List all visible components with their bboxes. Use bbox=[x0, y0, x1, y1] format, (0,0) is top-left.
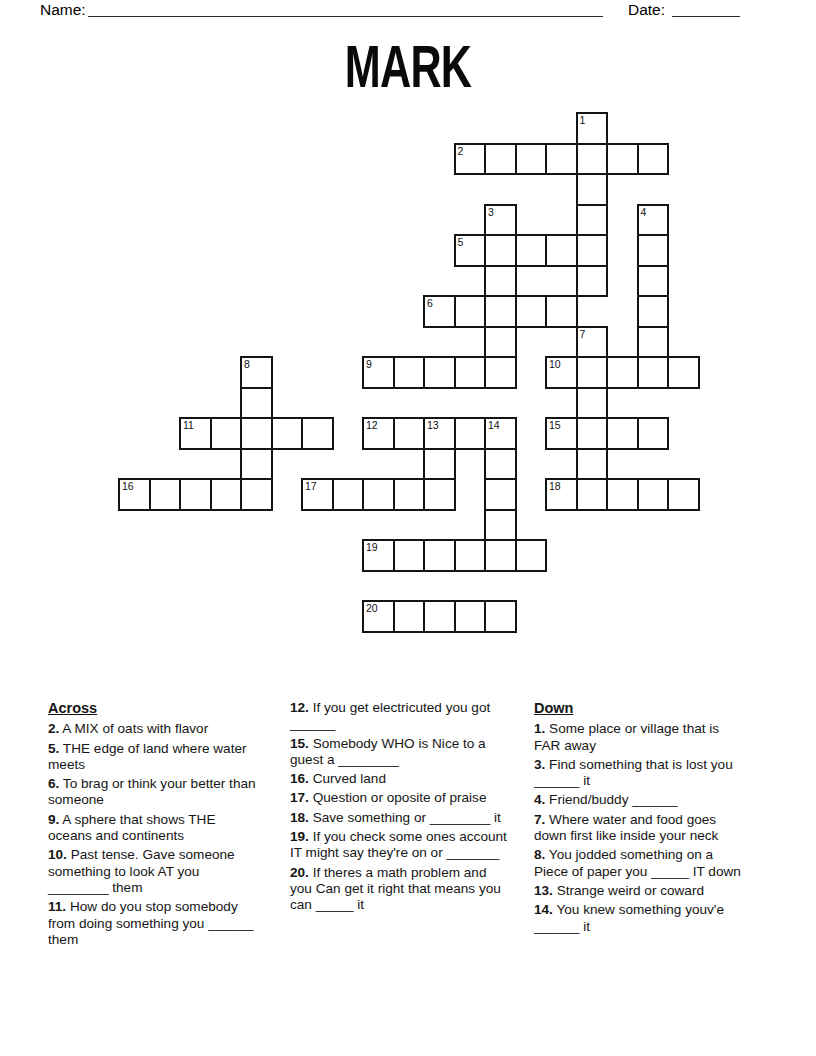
grid-cell[interactable] bbox=[423, 356, 456, 389]
grid-cell[interactable] bbox=[179, 478, 212, 511]
clue-text: Question or oposite of praise bbox=[309, 790, 487, 805]
grid-cell[interactable] bbox=[423, 417, 456, 450]
grid-cell[interactable] bbox=[515, 295, 548, 328]
clue-text: You jodded something on a Piece of paper… bbox=[534, 847, 741, 878]
grid-cell[interactable] bbox=[362, 356, 395, 389]
grid-cell[interactable] bbox=[637, 143, 670, 176]
clue-number: 13. bbox=[534, 883, 553, 898]
clue-number: 2. bbox=[48, 721, 59, 736]
grid-cell[interactable] bbox=[423, 295, 456, 328]
grid-cell[interactable] bbox=[637, 417, 670, 450]
grid-cell[interactable] bbox=[301, 417, 334, 450]
grid-cell[interactable] bbox=[576, 326, 609, 359]
title-wrap: MARK bbox=[0, 37, 816, 97]
grid-cell[interactable] bbox=[393, 417, 426, 450]
grid-cell[interactable] bbox=[484, 417, 517, 450]
grid-cell[interactable] bbox=[637, 478, 670, 511]
clue: 11. How do you stop somebody from doing … bbox=[48, 899, 260, 948]
grid-cell[interactable] bbox=[362, 478, 395, 511]
clue: 5. THE edge of land where water meets bbox=[48, 741, 260, 774]
grid-cell[interactable] bbox=[606, 143, 639, 176]
grid-cell[interactable] bbox=[210, 478, 243, 511]
grid-cell[interactable] bbox=[576, 387, 609, 420]
grid-cell[interactable] bbox=[484, 600, 517, 633]
grid-cell[interactable] bbox=[484, 509, 517, 542]
across-header: Across bbox=[48, 700, 260, 716]
grid-cell[interactable] bbox=[393, 356, 426, 389]
clue-text: Save something or ________ it bbox=[309, 810, 501, 825]
clue: 7. Where water and food goes down first … bbox=[534, 812, 748, 845]
clue: 1. Some place or village that is FAR awa… bbox=[534, 721, 748, 754]
grid-cell[interactable] bbox=[454, 295, 487, 328]
grid-cell[interactable] bbox=[667, 356, 700, 389]
grid-cell[interactable] bbox=[301, 478, 334, 511]
grid-cell[interactable] bbox=[637, 265, 670, 298]
grid-cell[interactable] bbox=[362, 417, 395, 450]
grid-cell[interactable] bbox=[484, 326, 517, 359]
clue-text: THE edge of land where water meets bbox=[48, 741, 247, 772]
clue-text: Somebody WHO is Nice to a guest a ______… bbox=[290, 736, 486, 767]
grid-cell[interactable] bbox=[576, 417, 609, 450]
grid-cell[interactable] bbox=[362, 539, 395, 572]
clue: 10. Past tense. Gave someone something t… bbox=[48, 847, 260, 896]
clue-number: 3. bbox=[534, 757, 545, 772]
grid-cell[interactable] bbox=[271, 417, 304, 450]
grid-cell[interactable] bbox=[149, 478, 182, 511]
clue-text: If you check some ones account IT might … bbox=[290, 829, 507, 860]
grid-cell[interactable] bbox=[484, 539, 517, 572]
grid-cell[interactable] bbox=[576, 478, 609, 511]
grid-cell[interactable] bbox=[484, 234, 517, 267]
grid-cell[interactable] bbox=[484, 295, 517, 328]
grid-cell[interactable] bbox=[393, 478, 426, 511]
clue-number: 4. bbox=[534, 792, 545, 807]
clue: 17. Question or oposite of praise bbox=[290, 790, 509, 806]
clue-number: 19. bbox=[290, 829, 309, 844]
down-clues-column: Down 1. Some place or village that is FA… bbox=[534, 700, 748, 938]
clue-text: How do you stop somebody from doing some… bbox=[48, 899, 254, 947]
grid-cell[interactable] bbox=[545, 234, 578, 267]
clue: 16. Curved land bbox=[290, 771, 509, 787]
clue: 20. If theres a math problem and you Can… bbox=[290, 865, 509, 914]
name-fill-line[interactable] bbox=[88, 16, 603, 17]
clue-number: 15. bbox=[290, 736, 309, 751]
clue-text: To brag or think your better than someon… bbox=[48, 776, 256, 807]
clue-number: 5. bbox=[48, 741, 59, 756]
grid-cell[interactable] bbox=[332, 478, 365, 511]
page-title: MARK bbox=[345, 37, 472, 97]
grid-cell[interactable] bbox=[423, 539, 456, 572]
clue-text: If you get electricuted you got ______ bbox=[290, 700, 490, 731]
clue: 8. You jodded something on a Piece of pa… bbox=[534, 847, 748, 880]
clue-number: 20. bbox=[290, 865, 309, 880]
name-label: Name: bbox=[40, 1, 86, 19]
grid-cell[interactable] bbox=[393, 600, 426, 633]
clue-number: 12. bbox=[290, 700, 309, 715]
grid-cell[interactable] bbox=[454, 417, 487, 450]
clue-text: You knew something youv'e ______ it bbox=[534, 902, 724, 933]
grid-cell[interactable] bbox=[545, 417, 578, 450]
clue-number: 8. bbox=[534, 847, 545, 862]
grid-cell[interactable] bbox=[576, 234, 609, 267]
grid-cell[interactable] bbox=[423, 478, 456, 511]
across-clues-column-2: 12. If you get electricuted you got ____… bbox=[290, 700, 509, 917]
clue-text: Find something that is lost you ______ i… bbox=[534, 757, 733, 788]
grid-cell[interactable] bbox=[637, 204, 670, 237]
grid-cell[interactable] bbox=[515, 234, 548, 267]
grid-cell[interactable] bbox=[576, 173, 609, 206]
grid-cell[interactable] bbox=[545, 143, 578, 176]
clue: 12. If you get electricuted you got ____… bbox=[290, 700, 509, 733]
grid-cell[interactable] bbox=[362, 600, 395, 633]
clue: 3. Find something that is lost you _____… bbox=[534, 757, 748, 790]
clue-number: 10. bbox=[48, 847, 67, 862]
crossword-worksheet: { "game": "crossword", "title": "MARK", … bbox=[0, 0, 816, 1056]
date-label: Date: bbox=[628, 1, 665, 19]
clue-text: Past tense. Gave someone something to lo… bbox=[48, 847, 235, 895]
clue: 18. Save something or ________ it bbox=[290, 810, 509, 826]
grid-cell[interactable] bbox=[454, 143, 487, 176]
clue: 4. Friend/buddy ______ bbox=[534, 792, 748, 808]
clue: 19. If you check some ones account IT mi… bbox=[290, 829, 509, 862]
grid-cell[interactable] bbox=[240, 417, 273, 450]
grid-cell[interactable] bbox=[637, 326, 670, 359]
clue: 13. Strange weird or coward bbox=[534, 883, 748, 899]
grid-cell[interactable] bbox=[576, 356, 609, 389]
grid-cell[interactable] bbox=[576, 143, 609, 176]
date-fill-line[interactable] bbox=[672, 16, 740, 17]
crossword-grid: 1234567891011121314151617181920 bbox=[118, 112, 700, 633]
grid-cell[interactable] bbox=[240, 387, 273, 420]
grid-cell[interactable] bbox=[240, 356, 273, 389]
grid-cell[interactable] bbox=[423, 448, 456, 481]
grid-cell[interactable] bbox=[515, 143, 548, 176]
grid-cell[interactable] bbox=[637, 234, 670, 267]
clue-text: Friend/buddy ______ bbox=[545, 792, 677, 807]
clue-text: If theres a math problem and you Can get… bbox=[290, 865, 501, 913]
grid-cell[interactable] bbox=[454, 234, 487, 267]
clue-text: Where water and food goes down first lik… bbox=[534, 812, 718, 843]
grid-cell[interactable] bbox=[545, 478, 578, 511]
grid-cell[interactable] bbox=[484, 204, 517, 237]
clue-number: 6. bbox=[48, 776, 59, 791]
grid-cell[interactable] bbox=[576, 265, 609, 298]
clue: 9. A sphere that shows THE oceans and co… bbox=[48, 812, 260, 845]
grid-cell[interactable] bbox=[484, 448, 517, 481]
grid-cell[interactable] bbox=[454, 600, 487, 633]
grid-cell[interactable] bbox=[515, 539, 548, 572]
grid-cell[interactable] bbox=[576, 204, 609, 237]
grid-cell[interactable] bbox=[118, 478, 151, 511]
grid-cell[interactable] bbox=[210, 417, 243, 450]
grid-cell[interactable] bbox=[545, 356, 578, 389]
clue-number: 11. bbox=[48, 899, 66, 914]
grid-cell[interactable] bbox=[240, 448, 273, 481]
grid-cell[interactable] bbox=[393, 539, 426, 572]
grid-cell[interactable] bbox=[637, 295, 670, 328]
grid-cell[interactable] bbox=[606, 417, 639, 450]
clue-text: Some place or village that is FAR away bbox=[534, 721, 719, 752]
clue-number: 7. bbox=[534, 812, 545, 827]
clue-number: 16. bbox=[290, 771, 309, 786]
grid-cell[interactable] bbox=[667, 478, 700, 511]
grid-cell[interactable] bbox=[606, 478, 639, 511]
grid-cell[interactable] bbox=[484, 356, 517, 389]
clue-text: A sphere that shows THE oceans and conti… bbox=[48, 812, 216, 843]
grid-cell[interactable] bbox=[545, 295, 578, 328]
clue-text: Curved land bbox=[309, 771, 386, 786]
grid-cell[interactable] bbox=[179, 417, 212, 450]
grid-cell[interactable] bbox=[454, 539, 487, 572]
clue-number: 18. bbox=[290, 810, 309, 825]
grid-cell[interactable] bbox=[637, 356, 670, 389]
clue-number: 14. bbox=[534, 902, 553, 917]
grid-cell[interactable] bbox=[454, 356, 487, 389]
clue-text: Strange weird or coward bbox=[553, 883, 704, 898]
grid-cell[interactable] bbox=[576, 448, 609, 481]
grid-cell[interactable] bbox=[484, 143, 517, 176]
clue-number: 17. bbox=[290, 790, 309, 805]
clue: 15. Somebody WHO is Nice to a guest a __… bbox=[290, 736, 509, 769]
grid-cell[interactable] bbox=[606, 356, 639, 389]
clue: 14. You knew something youv'e ______ it bbox=[534, 902, 748, 935]
clue-number: 1. bbox=[534, 721, 545, 736]
grid-cell[interactable] bbox=[484, 478, 517, 511]
grid-cell[interactable] bbox=[240, 478, 273, 511]
grid-cell[interactable] bbox=[484, 265, 517, 298]
clue-number: 9. bbox=[48, 812, 59, 827]
clue: 2. A MIX of oats with flavor bbox=[48, 721, 260, 737]
across-clues-column: Across 2. A MIX of oats with flavor5. TH… bbox=[48, 700, 260, 951]
clue-text: A MIX of oats with flavor bbox=[59, 721, 208, 736]
down-header: Down bbox=[534, 700, 748, 716]
grid-cell[interactable] bbox=[423, 600, 456, 633]
grid-cell[interactable] bbox=[576, 112, 609, 145]
clue: 6. To brag or think your better than som… bbox=[48, 776, 260, 809]
